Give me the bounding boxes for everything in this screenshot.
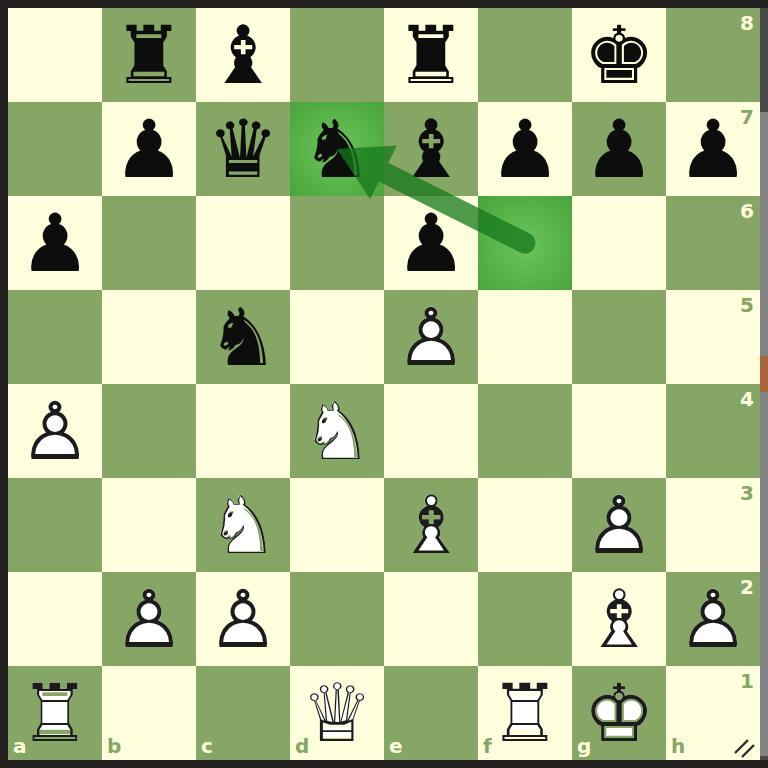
chess-board: ♜♝♜♚8♟♛♞♝♟♟♟7♟♟6♞♟♙5♟♙♞♘4♞♘♝♗♟♙3♟♙♟♙♝♗♟♙… (8, 8, 760, 760)
piece-glyph: ♟ (666, 102, 760, 196)
window-frame-bottom (0, 760, 768, 768)
square-f5[interactable] (478, 290, 572, 384)
rank-label-4: 4 (740, 389, 754, 409)
square-g8[interactable]: ♚ (572, 8, 666, 102)
square-f8[interactable] (478, 8, 572, 102)
rank-label-1: 1 (740, 671, 754, 691)
square-e4[interactable] (384, 384, 478, 478)
piece-outline: ♖ (8, 666, 102, 760)
rank-label-3: 3 (740, 483, 754, 503)
piece-glyph: ♟ (8, 196, 102, 290)
piece-black-pawn[interactable]: ♟ (572, 102, 666, 196)
scrollbar-thumb[interactable] (760, 112, 768, 756)
piece-black-bishop[interactable]: ♝ (196, 8, 290, 102)
piece-black-pawn[interactable]: ♟ (478, 102, 572, 196)
piece-black-pawn[interactable]: ♟ (666, 102, 760, 196)
square-g4[interactable] (572, 384, 666, 478)
square-b5[interactable] (102, 290, 196, 384)
square-f1[interactable]: ♜♖f (478, 666, 572, 760)
square-h6[interactable]: 6 (666, 196, 760, 290)
piece-outline: ♙ (8, 384, 102, 478)
rank-label-6: 6 (740, 201, 754, 221)
square-f3[interactable] (478, 478, 572, 572)
piece-outline: ♙ (666, 572, 760, 666)
piece-glyph: ♞ (290, 102, 384, 196)
window-frame-top (0, 0, 768, 8)
square-b7[interactable]: ♟ (102, 102, 196, 196)
square-a7[interactable] (8, 102, 102, 196)
square-c7[interactable]: ♛ (196, 102, 290, 196)
piece-white-king[interactable]: ♚♔ (572, 666, 666, 760)
square-c6[interactable] (196, 196, 290, 290)
rank-label-8: 8 (740, 13, 754, 33)
piece-white-rook[interactable]: ♜♖ (8, 666, 102, 760)
square-b3[interactable] (102, 478, 196, 572)
square-g7[interactable]: ♟ (572, 102, 666, 196)
scrollbar-marker (760, 356, 768, 392)
piece-outline: ♘ (196, 478, 290, 572)
square-a3[interactable] (8, 478, 102, 572)
piece-black-bishop[interactable]: ♝ (384, 102, 478, 196)
square-h3[interactable]: 3 (666, 478, 760, 572)
piece-glyph: ♜ (384, 8, 478, 102)
piece-white-pawn[interactable]: ♟♙ (384, 290, 478, 384)
square-c2[interactable]: ♟♙ (196, 572, 290, 666)
chess-app-window: ♜♝♜♚8♟♛♞♝♟♟♟7♟♟6♞♟♙5♟♙♞♘4♞♘♝♗♟♙3♟♙♟♙♝♗♟♙… (0, 0, 768, 768)
file-label-c: c (201, 736, 213, 756)
square-c3[interactable]: ♞♘ (196, 478, 290, 572)
square-c4[interactable] (196, 384, 290, 478)
piece-glyph: ♝ (384, 102, 478, 196)
piece-black-rook[interactable]: ♜ (102, 8, 196, 102)
square-g3[interactable]: ♟♙ (572, 478, 666, 572)
square-a6[interactable]: ♟ (8, 196, 102, 290)
scrollbar[interactable] (760, 8, 768, 760)
piece-outline: ♙ (572, 478, 666, 572)
square-h2[interactable]: ♟♙2 (666, 572, 760, 666)
square-e7[interactable]: ♝ (384, 102, 478, 196)
piece-outline: ♔ (572, 666, 666, 760)
square-b1[interactable]: b (102, 666, 196, 760)
square-b8[interactable]: ♜ (102, 8, 196, 102)
square-f6[interactable] (478, 196, 572, 290)
square-a5[interactable] (8, 290, 102, 384)
window-frame-left (0, 0, 8, 768)
rank-label-5: 5 (740, 295, 754, 315)
file-label-h: h (671, 736, 685, 756)
square-g5[interactable] (572, 290, 666, 384)
piece-glyph: ♞ (196, 290, 290, 384)
piece-glyph: ♟ (384, 196, 478, 290)
piece-black-knight[interactable]: ♞ (196, 290, 290, 384)
piece-glyph: ♟ (572, 102, 666, 196)
piece-outline: ♙ (196, 572, 290, 666)
square-g6[interactable] (572, 196, 666, 290)
square-d7[interactable]: ♞ (290, 102, 384, 196)
piece-white-pawn[interactable]: ♟♙ (572, 478, 666, 572)
piece-glyph: ♛ (196, 102, 290, 196)
piece-outline: ♗ (572, 572, 666, 666)
piece-white-bishop[interactable]: ♝♗ (572, 572, 666, 666)
piece-outline: ♙ (384, 290, 478, 384)
piece-black-queen[interactable]: ♛ (196, 102, 290, 196)
square-h4[interactable]: 4 (666, 384, 760, 478)
square-d2[interactable] (290, 572, 384, 666)
square-d3[interactable] (290, 478, 384, 572)
file-label-e: e (389, 736, 403, 756)
square-f7[interactable]: ♟ (478, 102, 572, 196)
square-c8[interactable]: ♝ (196, 8, 290, 102)
piece-black-pawn[interactable]: ♟ (384, 196, 478, 290)
piece-white-knight[interactable]: ♞♘ (290, 384, 384, 478)
piece-white-pawn[interactable]: ♟♙ (8, 384, 102, 478)
piece-white-queen[interactable]: ♛♕ (290, 666, 384, 760)
square-f4[interactable] (478, 384, 572, 478)
piece-outline: ♘ (290, 384, 384, 478)
piece-black-knight[interactable]: ♞ (290, 102, 384, 196)
square-a2[interactable] (8, 572, 102, 666)
piece-outline: ♕ (290, 666, 384, 760)
square-b2[interactable]: ♟♙ (102, 572, 196, 666)
square-f2[interactable] (478, 572, 572, 666)
piece-glyph: ♜ (102, 8, 196, 102)
piece-white-pawn[interactable]: ♟♙ (102, 572, 196, 666)
square-d4[interactable]: ♞♘ (290, 384, 384, 478)
piece-glyph: ♟ (478, 102, 572, 196)
square-b4[interactable] (102, 384, 196, 478)
square-d5[interactable] (290, 290, 384, 384)
square-a8[interactable] (8, 8, 102, 102)
piece-white-pawn[interactable]: ♟♙ (196, 572, 290, 666)
square-e2[interactable] (384, 572, 478, 666)
square-g2[interactable]: ♝♗ (572, 572, 666, 666)
square-h5[interactable]: 5 (666, 290, 760, 384)
piece-glyph: ♟ (102, 102, 196, 196)
piece-black-king[interactable]: ♚ (572, 8, 666, 102)
square-h7[interactable]: ♟7 (666, 102, 760, 196)
piece-black-rook[interactable]: ♜ (384, 8, 478, 102)
square-d8[interactable] (290, 8, 384, 102)
piece-outline: ♖ (478, 666, 572, 760)
piece-glyph: ♝ (196, 8, 290, 102)
piece-white-rook[interactable]: ♜♖ (478, 666, 572, 760)
square-e5[interactable]: ♟♙ (384, 290, 478, 384)
square-a4[interactable]: ♟♙ (8, 384, 102, 478)
piece-glyph: ♚ (572, 8, 666, 102)
square-e1[interactable]: e (384, 666, 478, 760)
square-e6[interactable]: ♟ (384, 196, 478, 290)
square-c5[interactable]: ♞ (196, 290, 290, 384)
piece-black-pawn[interactable]: ♟ (8, 196, 102, 290)
piece-outline: ♙ (102, 572, 196, 666)
square-h8[interactable]: 8 (666, 8, 760, 102)
square-a1[interactable]: ♜♖a (8, 666, 102, 760)
resize-handle-icon[interactable] (732, 738, 756, 758)
square-e8[interactable]: ♜ (384, 8, 478, 102)
piece-outline: ♗ (384, 478, 478, 572)
piece-white-bishop[interactable]: ♝♗ (384, 478, 478, 572)
square-d1[interactable]: ♛♕d (290, 666, 384, 760)
square-b6[interactable] (102, 196, 196, 290)
square-e3[interactable]: ♝♗ (384, 478, 478, 572)
piece-white-pawn[interactable]: ♟♙ (666, 572, 760, 666)
file-label-b: b (107, 736, 121, 756)
square-c1[interactable]: c (196, 666, 290, 760)
piece-black-pawn[interactable]: ♟ (102, 102, 196, 196)
square-d6[interactable] (290, 196, 384, 290)
square-g1[interactable]: ♚♔g (572, 666, 666, 760)
piece-white-knight[interactable]: ♞♘ (196, 478, 290, 572)
